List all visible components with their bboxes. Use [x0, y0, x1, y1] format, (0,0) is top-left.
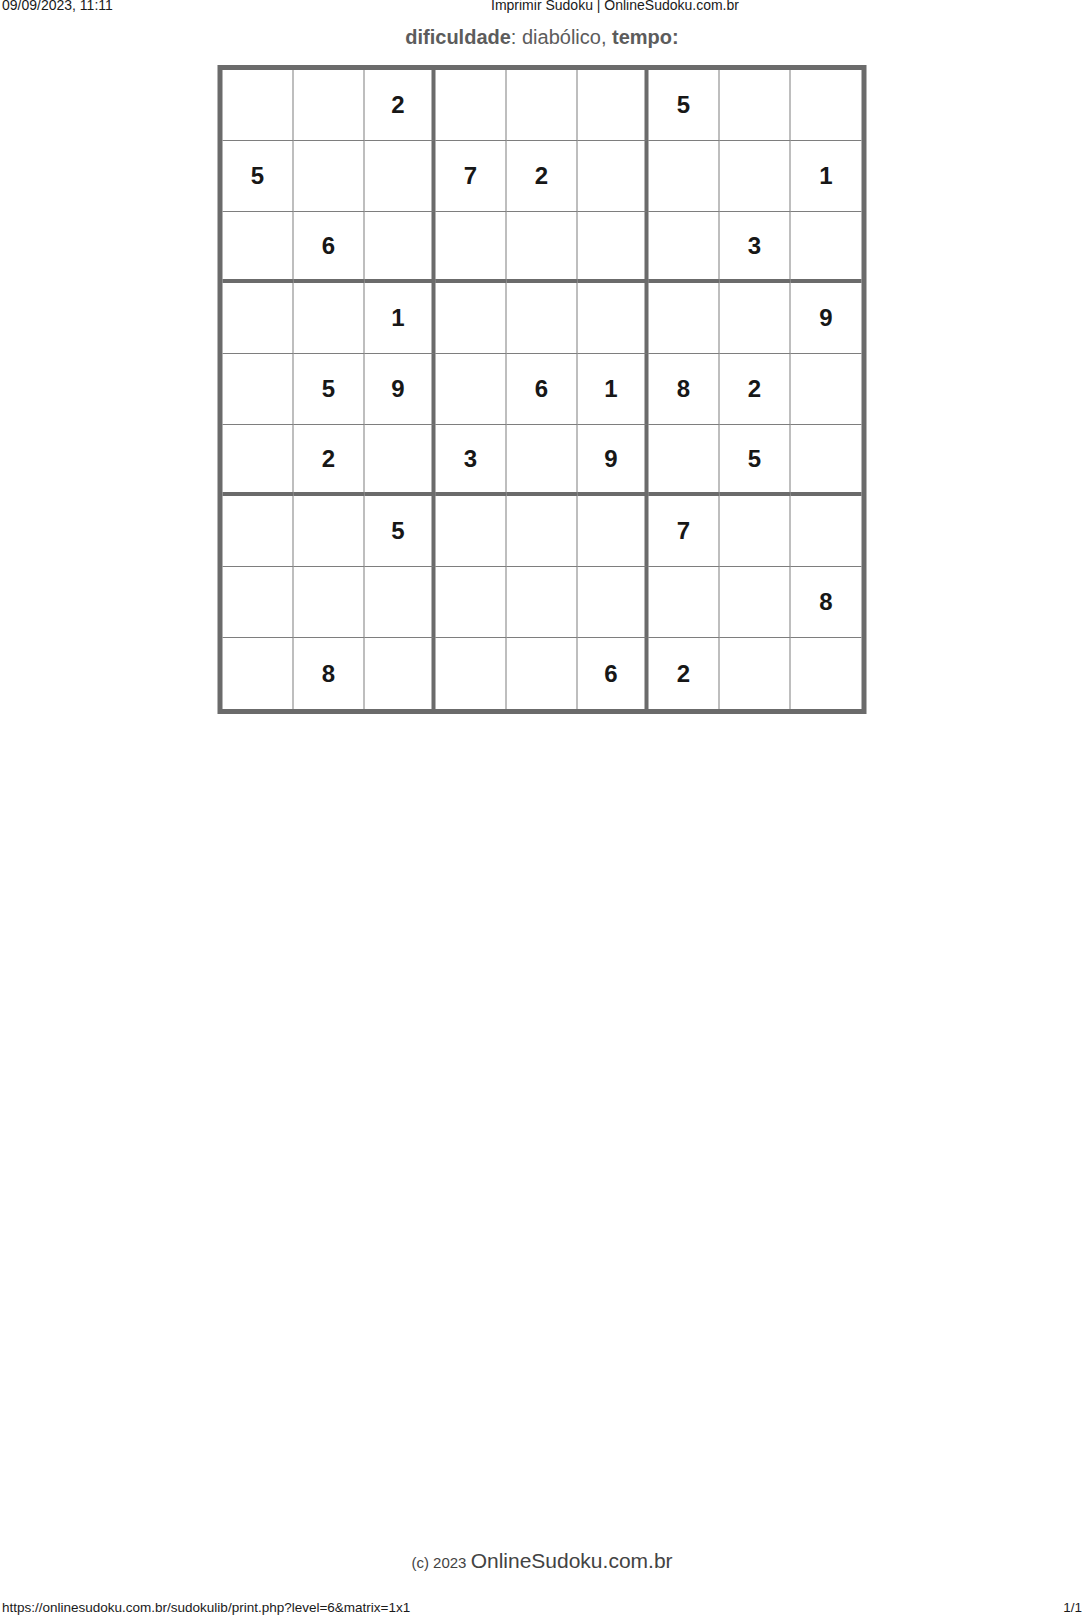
- cell-r6c9: [791, 425, 862, 496]
- cell-r7c9: [791, 496, 862, 567]
- cell-r2c8: [720, 141, 791, 212]
- cell-r8c3: [365, 567, 436, 638]
- cell-r8c1: [223, 567, 294, 638]
- cell-r9c4: [436, 638, 507, 709]
- cell-r4c8: [720, 283, 791, 354]
- cell-r8c5: [507, 567, 578, 638]
- cell-r1c1: [223, 70, 294, 141]
- footer-url: https://onlinesudoku.com.br/sudokulib/pr…: [2, 1600, 410, 1615]
- cell-r2c1: 5: [223, 141, 294, 212]
- copyright: (c) 2023 OnlineSudoku.com.br: [0, 1549, 1084, 1573]
- cell-r7c4: [436, 496, 507, 567]
- cell-r1c5: [507, 70, 578, 141]
- cell-r6c6: 9: [578, 425, 649, 496]
- cell-r1c2: [294, 70, 365, 141]
- cell-r3c9: [791, 212, 862, 283]
- page-datetime: 09/09/2023, 11:11: [2, 0, 113, 13]
- copyright-site: OnlineSudoku.com.br: [471, 1549, 673, 1572]
- cell-r2c3: [365, 141, 436, 212]
- difficulty-value: : diabólico,: [511, 26, 612, 48]
- cell-r5c6: 1: [578, 354, 649, 425]
- cell-r3c4: [436, 212, 507, 283]
- cell-r1c4: [436, 70, 507, 141]
- cell-r6c3: [365, 425, 436, 496]
- cell-r5c4: [436, 354, 507, 425]
- difficulty-label: dificuldade: [405, 26, 511, 48]
- cell-r5c1: [223, 354, 294, 425]
- cell-r2c2: [294, 141, 365, 212]
- cell-r5c8: 2: [720, 354, 791, 425]
- cell-r7c7: 7: [649, 496, 720, 567]
- cell-r8c7: [649, 567, 720, 638]
- cell-r2c7: [649, 141, 720, 212]
- cell-r4c1: [223, 283, 294, 354]
- cell-r6c7: [649, 425, 720, 496]
- cell-r1c3: 2: [365, 70, 436, 141]
- cell-r7c2: [294, 496, 365, 567]
- cell-r9c1: [223, 638, 294, 709]
- cell-r6c4: 3: [436, 425, 507, 496]
- cell-r3c2: 6: [294, 212, 365, 283]
- sudoku-grid: 25572163195961822395578862: [218, 65, 867, 714]
- cell-r8c9: 8: [791, 567, 862, 638]
- cell-r4c9: 9: [791, 283, 862, 354]
- cell-r6c8: 5: [720, 425, 791, 496]
- cell-r6c5: [507, 425, 578, 496]
- time-label: tempo:: [612, 26, 679, 48]
- cell-r4c3: 1: [365, 283, 436, 354]
- difficulty-line: dificuldade: diabólico, tempo:: [0, 26, 1084, 49]
- cell-r9c5: [507, 638, 578, 709]
- cell-r8c2: [294, 567, 365, 638]
- cell-r4c4: [436, 283, 507, 354]
- cell-r6c2: 2: [294, 425, 365, 496]
- cell-r3c7: [649, 212, 720, 283]
- cell-r2c4: 7: [436, 141, 507, 212]
- cell-r7c6: [578, 496, 649, 567]
- cell-r7c3: 5: [365, 496, 436, 567]
- page-title: Imprimir Sudoku | OnlineSudoku.com.br: [491, 0, 739, 13]
- cell-r4c7: [649, 283, 720, 354]
- cell-r4c5: [507, 283, 578, 354]
- cell-r3c1: [223, 212, 294, 283]
- page-number: 1/1: [1063, 1600, 1082, 1615]
- cell-r3c3: [365, 212, 436, 283]
- cell-r1c8: [720, 70, 791, 141]
- cell-r4c6: [578, 283, 649, 354]
- cell-r1c7: 5: [649, 70, 720, 141]
- cell-r7c1: [223, 496, 294, 567]
- cell-r9c3: [365, 638, 436, 709]
- cell-r5c9: [791, 354, 862, 425]
- cell-r5c7: 8: [649, 354, 720, 425]
- cell-r2c5: 2: [507, 141, 578, 212]
- cell-r9c7: 2: [649, 638, 720, 709]
- cell-r2c6: [578, 141, 649, 212]
- cell-r5c2: 5: [294, 354, 365, 425]
- cell-r7c8: [720, 496, 791, 567]
- cell-r2c9: 1: [791, 141, 862, 212]
- cell-r8c8: [720, 567, 791, 638]
- cell-r3c6: [578, 212, 649, 283]
- cell-r9c2: 8: [294, 638, 365, 709]
- cell-r5c3: 9: [365, 354, 436, 425]
- copyright-prefix: (c) 2023: [411, 1554, 470, 1571]
- cell-r1c9: [791, 70, 862, 141]
- cell-r3c8: 3: [720, 212, 791, 283]
- cell-r1c6: [578, 70, 649, 141]
- cell-r9c6: 6: [578, 638, 649, 709]
- cell-r8c4: [436, 567, 507, 638]
- cell-r6c1: [223, 425, 294, 496]
- cell-r9c8: [720, 638, 791, 709]
- cell-r4c2: [294, 283, 365, 354]
- cell-r7c5: [507, 496, 578, 567]
- cell-r3c5: [507, 212, 578, 283]
- cell-r9c9: [791, 638, 862, 709]
- cell-r8c6: [578, 567, 649, 638]
- cell-r5c5: 6: [507, 354, 578, 425]
